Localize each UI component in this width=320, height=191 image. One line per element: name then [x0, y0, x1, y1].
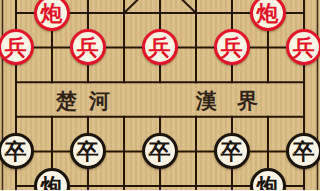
red-cannon-right[interactable]: 炮 [250, 0, 286, 31]
black-soldier-5[interactable]: 卒 [286, 133, 320, 169]
black-soldier-4[interactable]: 卒 [214, 133, 250, 169]
black-piece-glyph: 卒 [5, 135, 27, 165]
red-soldier-5[interactable]: 兵 [286, 29, 320, 65]
red-soldier-4[interactable]: 兵 [214, 29, 250, 65]
black-soldier-2[interactable]: 卒 [70, 133, 106, 169]
red-soldier-3[interactable]: 兵 [142, 29, 178, 65]
black-piece-glyph: 卒 [149, 135, 171, 165]
black-piece-glyph: 炮 [257, 170, 279, 190]
red-piece-glyph: 兵 [5, 32, 27, 62]
red-piece-glyph: 兵 [77, 32, 99, 62]
black-soldier-1[interactable]: 卒 [0, 133, 34, 169]
red-soldier-1[interactable]: 兵 [0, 29, 34, 65]
red-piece-glyph: 炮 [41, 0, 63, 27]
red-piece-glyph: 兵 [149, 32, 171, 62]
pieces-layer: 炮炮兵兵兵兵兵卒卒卒卒卒炮炮 [0, 0, 320, 190]
red-cannon-left[interactable]: 炮 [34, 0, 70, 31]
red-soldier-2[interactable]: 兵 [70, 29, 106, 65]
black-cannon-right[interactable]: 炮 [250, 168, 286, 191]
red-piece-glyph: 兵 [293, 32, 315, 62]
xiangqi-board[interactable]: 楚河 漢界 炮炮兵兵兵兵兵卒卒卒卒卒炮炮 [0, 0, 320, 190]
black-piece-glyph: 卒 [221, 135, 243, 165]
black-piece-glyph: 炮 [41, 170, 63, 190]
red-piece-glyph: 炮 [257, 0, 279, 27]
black-soldier-3[interactable]: 卒 [142, 133, 178, 169]
black-cannon-left[interactable]: 炮 [34, 168, 70, 191]
black-piece-glyph: 卒 [293, 135, 315, 165]
black-piece-glyph: 卒 [77, 135, 99, 165]
red-piece-glyph: 兵 [221, 32, 243, 62]
